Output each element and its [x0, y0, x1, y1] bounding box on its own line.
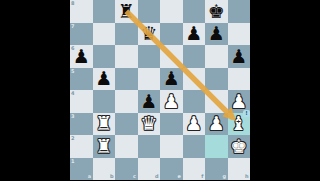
piece-white-queen[interactable]: ♛ — [138, 113, 161, 136]
square-b7[interactable] — [93, 23, 116, 46]
letterbox-left — [0, 0, 70, 180]
square-e8[interactable] — [160, 0, 183, 23]
piece-white-pawn[interactable]: ♟ — [160, 90, 183, 113]
square-g4[interactable] — [205, 90, 228, 113]
file-label-g: g — [222, 174, 226, 179]
square-h5[interactable] — [228, 68, 251, 91]
square-c6[interactable] — [115, 45, 138, 68]
square-h2[interactable]: ♚ — [228, 135, 251, 158]
file-label-c: c — [133, 174, 136, 179]
square-f6[interactable] — [183, 45, 206, 68]
square-f2[interactable] — [183, 135, 206, 158]
square-a5[interactable]: 5 — [70, 68, 93, 91]
file-label-d: d — [155, 174, 159, 179]
square-e3[interactable] — [160, 113, 183, 136]
square-c7[interactable] — [115, 23, 138, 46]
square-a4[interactable]: 4 — [70, 90, 93, 113]
square-b5[interactable]: ♟ — [93, 68, 116, 91]
square-e7[interactable] — [160, 23, 183, 46]
piece-black-pawn[interactable]: ♟ — [183, 23, 206, 46]
square-e1[interactable]: e — [160, 158, 183, 181]
square-b3[interactable]: ♜ — [93, 113, 116, 136]
rank-label-5: 5 — [71, 69, 74, 74]
square-g8[interactable]: ♚ — [205, 0, 228, 23]
square-d3[interactable]: ♛ — [138, 113, 161, 136]
square-h3[interactable]: ♝! — [228, 113, 251, 136]
file-label-a: a — [88, 174, 91, 179]
square-d7[interactable]: ♛ — [138, 23, 161, 46]
square-f7[interactable]: ♟ — [183, 23, 206, 46]
square-c1[interactable]: c — [115, 158, 138, 181]
video-frame: 8♜♚7♛♟♟6♟♟5♟♟4♟♟♟3♜♛♟♟♝!2♜♚1abcdefgh — [0, 0, 320, 180]
square-c2[interactable] — [115, 135, 138, 158]
square-c8[interactable]: ♜ — [115, 0, 138, 23]
move-badge: ! — [243, 110, 250, 117]
square-g2[interactable] — [205, 135, 228, 158]
square-h8[interactable] — [228, 0, 251, 23]
piece-black-queen[interactable]: ♛ — [138, 23, 161, 46]
piece-black-pawn[interactable]: ♟ — [205, 23, 228, 46]
piece-black-pawn[interactable]: ♟ — [228, 45, 251, 68]
square-a6[interactable]: 6♟ — [70, 45, 93, 68]
square-a2[interactable]: 2 — [70, 135, 93, 158]
square-g3[interactable]: ♟ — [205, 113, 228, 136]
file-label-h: h — [245, 174, 249, 179]
piece-black-pawn[interactable]: ♟ — [93, 68, 116, 91]
file-label-f: f — [201, 174, 203, 179]
square-g7[interactable]: ♟ — [205, 23, 228, 46]
square-c4[interactable] — [115, 90, 138, 113]
square-g1[interactable]: g — [205, 158, 228, 181]
square-d4[interactable]: ♟ — [138, 90, 161, 113]
square-e5[interactable]: ♟ — [160, 68, 183, 91]
square-a7[interactable]: 7 — [70, 23, 93, 46]
rank-label-1: 1 — [71, 159, 74, 164]
file-label-b: b — [110, 174, 114, 179]
piece-black-king[interactable]: ♚ — [205, 0, 228, 23]
square-f4[interactable] — [183, 90, 206, 113]
square-f1[interactable]: f — [183, 158, 206, 181]
rank-label-7: 7 — [71, 24, 74, 29]
square-b2[interactable]: ♜ — [93, 135, 116, 158]
square-g6[interactable] — [205, 45, 228, 68]
square-e2[interactable] — [160, 135, 183, 158]
square-d6[interactable] — [138, 45, 161, 68]
square-g5[interactable] — [205, 68, 228, 91]
square-d2[interactable] — [138, 135, 161, 158]
rank-label-2: 2 — [71, 136, 74, 141]
square-b8[interactable] — [93, 0, 116, 23]
piece-white-pawn[interactable]: ♟ — [205, 113, 228, 136]
square-c3[interactable] — [115, 113, 138, 136]
piece-black-pawn[interactable]: ♟ — [160, 68, 183, 91]
piece-black-pawn[interactable]: ♟ — [138, 90, 161, 113]
square-a1[interactable]: 1a — [70, 158, 93, 181]
piece-white-rook[interactable]: ♜ — [93, 135, 116, 158]
chess-board: 8♜♚7♛♟♟6♟♟5♟♟4♟♟♟3♜♛♟♟♝!2♜♚1abcdefgh — [70, 0, 250, 180]
square-h1[interactable]: h — [228, 158, 251, 181]
piece-black-rook[interactable]: ♜ — [115, 0, 138, 23]
file-label-e: e — [178, 174, 181, 179]
square-e6[interactable] — [160, 45, 183, 68]
square-h7[interactable] — [228, 23, 251, 46]
square-f3[interactable]: ♟ — [183, 113, 206, 136]
square-d1[interactable]: d — [138, 158, 161, 181]
letterbox-right — [250, 0, 320, 180]
square-f8[interactable] — [183, 0, 206, 23]
rank-label-4: 4 — [71, 91, 74, 96]
square-c5[interactable] — [115, 68, 138, 91]
square-f5[interactable] — [183, 68, 206, 91]
square-b4[interactable] — [93, 90, 116, 113]
square-a3[interactable]: 3 — [70, 113, 93, 136]
rank-label-3: 3 — [71, 114, 74, 119]
square-a8[interactable]: 8 — [70, 0, 93, 23]
square-d8[interactable] — [138, 0, 161, 23]
square-b1[interactable]: b — [93, 158, 116, 181]
square-d5[interactable] — [138, 68, 161, 91]
piece-white-pawn[interactable]: ♟ — [183, 113, 206, 136]
square-b6[interactable] — [93, 45, 116, 68]
piece-white-king[interactable]: ♚ — [228, 135, 251, 158]
piece-white-rook[interactable]: ♜ — [93, 113, 116, 136]
square-e4[interactable]: ♟ — [160, 90, 183, 113]
piece-black-pawn[interactable]: ♟ — [70, 45, 93, 68]
rank-label-8: 8 — [71, 1, 74, 6]
square-h6[interactable]: ♟ — [228, 45, 251, 68]
